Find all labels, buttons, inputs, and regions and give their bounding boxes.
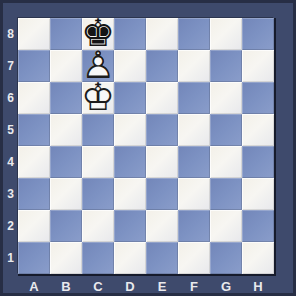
square-b5[interactable] xyxy=(50,114,82,146)
square-c5[interactable] xyxy=(82,114,114,146)
square-g4[interactable] xyxy=(210,146,242,178)
square-h2[interactable] xyxy=(242,210,274,242)
file-label-e: E xyxy=(146,279,178,296)
square-a5[interactable] xyxy=(18,114,50,146)
white-king-outline-icon: ♔ xyxy=(82,82,114,114)
square-g7[interactable] xyxy=(210,50,242,82)
square-g1[interactable] xyxy=(210,242,242,274)
file-label-g: G xyxy=(210,279,242,296)
square-h8[interactable] xyxy=(242,18,274,50)
square-e6[interactable] xyxy=(146,82,178,114)
square-h1[interactable] xyxy=(242,242,274,274)
rank-label-6: 6 xyxy=(3,82,18,114)
square-e7[interactable] xyxy=(146,50,178,82)
square-b6[interactable] xyxy=(50,82,82,114)
square-g8[interactable] xyxy=(210,18,242,50)
square-b8[interactable] xyxy=(50,18,82,50)
file-labels: ABCDEFGH xyxy=(18,279,274,296)
square-e5[interactable] xyxy=(146,114,178,146)
file-label-b: B xyxy=(50,279,82,296)
square-e2[interactable] xyxy=(146,210,178,242)
square-g2[interactable] xyxy=(210,210,242,242)
square-f2[interactable] xyxy=(178,210,210,242)
square-a1[interactable] xyxy=(18,242,50,274)
square-e4[interactable] xyxy=(146,146,178,178)
square-g5[interactable] xyxy=(210,114,242,146)
square-c3[interactable] xyxy=(82,178,114,210)
square-a8[interactable] xyxy=(18,18,50,50)
square-f5[interactable] xyxy=(178,114,210,146)
square-a2[interactable] xyxy=(18,210,50,242)
square-b7[interactable] xyxy=(50,50,82,82)
square-f6[interactable] xyxy=(178,82,210,114)
square-d3[interactable] xyxy=(114,178,146,210)
square-a6[interactable] xyxy=(18,82,50,114)
square-d2[interactable] xyxy=(114,210,146,242)
square-d5[interactable] xyxy=(114,114,146,146)
square-a3[interactable] xyxy=(18,178,50,210)
square-d6[interactable] xyxy=(114,82,146,114)
square-b4[interactable] xyxy=(50,146,82,178)
chess-board-frame: 87654321 ♚♟♙♚♔ ABCDEFGH xyxy=(0,0,296,296)
rank-label-4: 4 xyxy=(3,146,18,178)
white-king-piece[interactable]: ♚♔ xyxy=(82,82,114,114)
square-b2[interactable] xyxy=(50,210,82,242)
square-h4[interactable] xyxy=(242,146,274,178)
square-b3[interactable] xyxy=(50,178,82,210)
square-f1[interactable] xyxy=(178,242,210,274)
square-c4[interactable] xyxy=(82,146,114,178)
square-d7[interactable] xyxy=(114,50,146,82)
rank-label-3: 3 xyxy=(3,178,18,210)
rank-label-7: 7 xyxy=(3,50,18,82)
square-a4[interactable] xyxy=(18,146,50,178)
square-e1[interactable] xyxy=(146,242,178,274)
file-label-h: H xyxy=(242,279,274,296)
rank-label-5: 5 xyxy=(3,114,18,146)
square-g6[interactable] xyxy=(210,82,242,114)
square-c1[interactable] xyxy=(82,242,114,274)
square-f3[interactable] xyxy=(178,178,210,210)
file-label-a: A xyxy=(18,279,50,296)
square-h3[interactable] xyxy=(242,178,274,210)
rank-labels: 87654321 xyxy=(3,18,18,274)
square-c2[interactable] xyxy=(82,210,114,242)
square-e3[interactable] xyxy=(146,178,178,210)
square-b1[interactable] xyxy=(50,242,82,274)
square-g3[interactable] xyxy=(210,178,242,210)
square-h7[interactable] xyxy=(242,50,274,82)
square-h5[interactable] xyxy=(242,114,274,146)
square-f4[interactable] xyxy=(178,146,210,178)
square-a7[interactable] xyxy=(18,50,50,82)
square-f8[interactable] xyxy=(178,18,210,50)
square-c6[interactable]: ♚♔ xyxy=(82,82,114,114)
file-label-f: F xyxy=(178,279,210,296)
rank-label-1: 1 xyxy=(3,242,18,274)
file-label-d: D xyxy=(114,279,146,296)
square-h6[interactable] xyxy=(242,82,274,114)
square-d4[interactable] xyxy=(114,146,146,178)
board: ♚♟♙♚♔ xyxy=(18,18,274,274)
square-d1[interactable] xyxy=(114,242,146,274)
square-d8[interactable] xyxy=(114,18,146,50)
rank-label-8: 8 xyxy=(3,18,18,50)
square-e8[interactable] xyxy=(146,18,178,50)
square-f7[interactable] xyxy=(178,50,210,82)
rank-label-2: 2 xyxy=(3,210,18,242)
file-label-c: C xyxy=(82,279,114,296)
